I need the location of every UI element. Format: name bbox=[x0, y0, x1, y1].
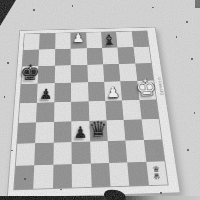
square-g4[interactable] bbox=[122, 100, 141, 120]
noise-speck bbox=[33, 9, 35, 11]
square-a2[interactable] bbox=[16, 143, 36, 166]
dark-corner-top-right bbox=[195, 0, 200, 8]
noise-speck bbox=[160, 192, 162, 194]
square-f3[interactable] bbox=[106, 120, 125, 141]
square-d5[interactable] bbox=[71, 82, 88, 101]
noise-speck bbox=[152, 7, 154, 8]
square-e6[interactable] bbox=[87, 65, 104, 83]
copyright-watermark: ©ChessPZ bbox=[157, 77, 164, 96]
board-logo-emblem: ♛♛ bbox=[152, 167, 161, 179]
noise-speck bbox=[191, 58, 193, 60]
black-pawn-b5[interactable]: ♟ bbox=[39, 87, 53, 102]
square-d7[interactable] bbox=[71, 48, 87, 65]
square-a8[interactable] bbox=[24, 34, 40, 50]
square-h4[interactable] bbox=[139, 99, 159, 119]
noise-speck bbox=[176, 36, 177, 38]
square-b4[interactable] bbox=[36, 102, 54, 122]
black-bishop-f8[interactable]: ♝ bbox=[102, 33, 117, 48]
square-b2[interactable] bbox=[35, 142, 54, 165]
square-f5[interactable]: ♟ bbox=[104, 82, 122, 101]
square-c1[interactable] bbox=[53, 164, 72, 188]
black-queen-e3[interactable]: ♛ bbox=[88, 119, 108, 141]
square-a3[interactable] bbox=[17, 122, 36, 143]
square-e1[interactable] bbox=[90, 163, 110, 187]
square-c5[interactable] bbox=[54, 83, 71, 102]
square-d3[interactable]: ♟ bbox=[71, 121, 89, 142]
square-e3[interactable]: ♛ bbox=[89, 120, 108, 141]
noise-speck bbox=[7, 62, 9, 64]
square-a5[interactable] bbox=[20, 84, 38, 103]
square-a6[interactable]: ♚ bbox=[21, 66, 38, 84]
square-e2[interactable] bbox=[90, 141, 109, 164]
square-e7[interactable] bbox=[86, 48, 103, 65]
square-f7[interactable] bbox=[102, 48, 119, 65]
square-b5[interactable]: ♟ bbox=[37, 83, 54, 102]
square-h1[interactable]: ♛♛ bbox=[146, 161, 168, 185]
square-g3[interactable] bbox=[124, 119, 144, 140]
chessboard-photo: ♟♝♚♟♟♚♟♛♛♛ ©ChessPZ bbox=[0, 0, 200, 200]
noise-speck bbox=[60, 189, 62, 190]
noise-speck bbox=[24, 178, 26, 180]
dark-corner-top-left bbox=[0, 0, 16, 26]
square-d2[interactable] bbox=[72, 141, 91, 164]
square-h7[interactable] bbox=[133, 47, 151, 64]
square-d8[interactable]: ♟ bbox=[71, 33, 87, 49]
white-pawn-f5[interactable]: ♟ bbox=[106, 85, 120, 100]
square-c7[interactable] bbox=[55, 49, 71, 66]
square-f8[interactable]: ♝ bbox=[101, 32, 118, 48]
board-surface: ♟♝♚♟♟♚♟♛♛♛ ©ChessPZ bbox=[8, 28, 180, 198]
noise-speck bbox=[72, 5, 73, 7]
square-e5[interactable] bbox=[88, 82, 106, 101]
noise-speck bbox=[186, 21, 188, 23]
square-g8[interactable] bbox=[116, 31, 133, 47]
square-f6[interactable] bbox=[103, 64, 121, 82]
chessboard[interactable]: ♟♝♚♟♟♚♟♛♛♛ bbox=[14, 31, 167, 189]
square-b3[interactable] bbox=[35, 122, 53, 143]
white-pawn-d8[interactable]: ♟ bbox=[72, 32, 84, 44]
noise-speck bbox=[11, 150, 13, 151]
white-king-h5[interactable]: ♚ bbox=[134, 76, 158, 99]
square-h2[interactable] bbox=[144, 139, 165, 162]
noise-speck bbox=[4, 96, 5, 98]
square-f4[interactable] bbox=[105, 100, 124, 120]
black-king-a6[interactable]: ♚ bbox=[19, 62, 41, 84]
square-f1[interactable] bbox=[109, 162, 130, 186]
square-g7[interactable] bbox=[118, 47, 135, 64]
square-h5[interactable]: ♚ bbox=[137, 81, 156, 100]
noise-speck bbox=[187, 149, 189, 151]
square-h8[interactable] bbox=[131, 31, 148, 47]
square-c2[interactable] bbox=[53, 142, 72, 165]
square-c3[interactable] bbox=[54, 121, 72, 142]
square-a4[interactable] bbox=[19, 102, 37, 122]
square-h3[interactable] bbox=[141, 119, 161, 140]
square-b8[interactable] bbox=[39, 33, 55, 49]
noise-speck bbox=[194, 112, 195, 114]
table-edge-band bbox=[0, 196, 200, 200]
black-pawn-d3[interactable]: ♟ bbox=[73, 125, 87, 141]
square-d4[interactable] bbox=[71, 101, 89, 121]
square-c6[interactable] bbox=[54, 65, 71, 83]
square-c8[interactable] bbox=[55, 33, 71, 49]
square-b7[interactable] bbox=[39, 49, 55, 66]
square-b1[interactable] bbox=[34, 165, 54, 189]
square-e8[interactable] bbox=[86, 32, 102, 48]
square-c4[interactable] bbox=[54, 101, 72, 121]
square-d6[interactable] bbox=[71, 65, 88, 83]
square-f2[interactable] bbox=[108, 140, 128, 163]
square-d1[interactable] bbox=[72, 163, 91, 187]
